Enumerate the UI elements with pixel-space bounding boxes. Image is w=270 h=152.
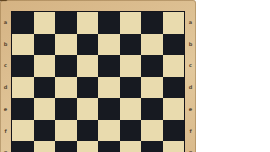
- chess-set-photo: 12345678abcdefghabcdefgh ♜♞♝♛♚♝♞♜♟♟♟♟♟♟♟…: [0, 0, 270, 152]
- pieces-layer: ♜♞♝♛♚♝♞♜♟♟♟♟♟♟♟♟♟♟♟♟♟♟♟♟♜♞♝♛♚♝♞♜: [0, 0, 270, 152]
- piece-white-rook-h1[interactable]: ♜: [0, 0, 14, 4]
